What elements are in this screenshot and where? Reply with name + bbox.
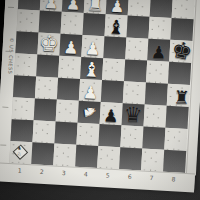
square-e7[interactable] — [145, 83, 168, 106]
square-d5[interactable] — [102, 58, 125, 81]
square-g3[interactable] — [54, 122, 77, 145]
square-e8[interactable]: ♜ — [167, 84, 190, 107]
square-f5[interactable]: ♟ — [100, 102, 123, 125]
square-h5[interactable] — [97, 146, 120, 169]
black-pawn-c7[interactable]: ♟ — [151, 44, 167, 62]
rank-number-label: 4 — [75, 170, 97, 178]
rank-number-label: 7 — [141, 173, 163, 181]
square-b1[interactable] — [17, 9, 40, 32]
rank-number-label: 8 — [162, 175, 184, 183]
white-pawn-c3[interactable]: ♟ — [63, 39, 79, 57]
photo-stage: © US CHESS ♟♟♜♟♝♚♟♟♟♚♝♟♜♞♟♛♞♘ 12345678 — [0, 0, 200, 200]
square-c8[interactable]: ♚ — [169, 40, 192, 63]
square-d1[interactable] — [14, 53, 37, 76]
square-d3[interactable] — [58, 56, 81, 79]
square-c3[interactable]: ♟ — [59, 34, 82, 57]
square-g2[interactable] — [32, 120, 55, 143]
white-pawn-e4[interactable]: ♟ — [82, 84, 98, 102]
square-h8[interactable] — [163, 150, 186, 173]
black-pawn-f5[interactable]: ♟ — [103, 107, 119, 125]
square-c1[interactable] — [15, 31, 38, 54]
white-rook-a4[interactable]: ♜ — [86, 0, 105, 14]
square-c5[interactable] — [103, 36, 126, 59]
square-h2[interactable] — [31, 142, 54, 165]
black-rook-e8[interactable]: ♜ — [173, 88, 190, 107]
white-pawn-a5[interactable]: ♟ — [110, 0, 125, 15]
us-chess-logo: ♞♘ — [13, 144, 28, 159]
square-f6[interactable]: ♛ — [122, 103, 145, 126]
square-e1[interactable] — [13, 75, 36, 98]
rank-number-label: 1 — [9, 166, 31, 174]
square-a6[interactable] — [128, 0, 151, 17]
square-c2[interactable]: ♚ — [37, 32, 60, 55]
square-f4[interactable]: ♞ — [78, 101, 101, 124]
black-king-c8[interactable]: ♚ — [170, 38, 195, 65]
square-a3[interactable]: ♟ — [62, 0, 85, 13]
square-b6[interactable] — [126, 15, 149, 38]
white-pawn-a3[interactable]: ♟ — [66, 0, 81, 13]
rank-number-label: 5 — [97, 171, 119, 179]
square-g4[interactable] — [76, 123, 99, 146]
white-king-c2[interactable]: ♚ — [39, 33, 60, 56]
square-d2[interactable] — [36, 54, 59, 77]
square-e4[interactable]: ♟ — [79, 79, 102, 102]
square-g5[interactable] — [98, 124, 121, 147]
square-a7[interactable] — [150, 0, 173, 18]
square-f2[interactable] — [34, 98, 57, 121]
square-a2[interactable]: ♟ — [40, 0, 63, 12]
square-g1[interactable] — [10, 119, 33, 142]
square-h3[interactable] — [53, 144, 76, 167]
square-d7[interactable] — [146, 61, 169, 84]
square-f8[interactable] — [165, 106, 188, 129]
square-h1[interactable]: ♞♘ — [9, 141, 32, 164]
square-b5[interactable]: ♝ — [104, 14, 127, 37]
square-f3[interactable] — [56, 100, 79, 123]
square-f1[interactable] — [12, 97, 35, 120]
square-g6[interactable] — [120, 125, 143, 148]
square-c6[interactable] — [125, 37, 148, 60]
square-h7[interactable] — [141, 148, 164, 171]
rank-number-label: 3 — [53, 169, 75, 177]
square-d6[interactable] — [124, 59, 147, 82]
square-e3[interactable] — [57, 78, 80, 101]
square-c7[interactable]: ♟ — [147, 39, 170, 62]
square-d4[interactable]: ♝ — [80, 57, 103, 80]
square-d8[interactable] — [168, 62, 191, 85]
chess-board: © US CHESS ♟♟♜♟♝♚♟♟♟♚♝♟♜♞♟♛♞♘ 12345678 — [0, 0, 200, 191]
white-pawn-c4[interactable]: ♟ — [85, 40, 101, 58]
square-e6[interactable] — [123, 81, 146, 104]
rank-number-label: 2 — [31, 167, 53, 175]
white-pawn-a2[interactable]: ♟ — [44, 0, 59, 12]
square-a8[interactable] — [172, 0, 195, 19]
square-e5[interactable] — [101, 80, 124, 103]
square-c4[interactable]: ♟ — [81, 35, 104, 58]
black-bishop-b5[interactable]: ♝ — [107, 17, 125, 37]
square-h6[interactable] — [119, 147, 142, 170]
white-bishop-d4[interactable]: ♝ — [82, 59, 101, 80]
square-b3[interactable] — [61, 12, 84, 35]
square-e2[interactable] — [35, 76, 58, 99]
rank-number-label: 6 — [119, 172, 141, 180]
square-h4[interactable] — [75, 145, 98, 168]
square-b4[interactable] — [83, 13, 106, 36]
white-knight-f4[interactable]: ♞ — [81, 104, 97, 119]
black-queen-f6[interactable]: ♛ — [123, 104, 143, 126]
square-g8[interactable] — [164, 128, 187, 151]
square-a5[interactable]: ♟ — [106, 0, 129, 15]
square-b7[interactable] — [148, 17, 171, 40]
square-a4[interactable]: ♜ — [84, 0, 107, 14]
board-grid: ♟♟♜♟♝♚♟♟♟♚♝♟♜♞♟♛♞♘ — [9, 0, 195, 173]
square-f7[interactable] — [144, 105, 167, 128]
square-g7[interactable] — [142, 127, 165, 150]
